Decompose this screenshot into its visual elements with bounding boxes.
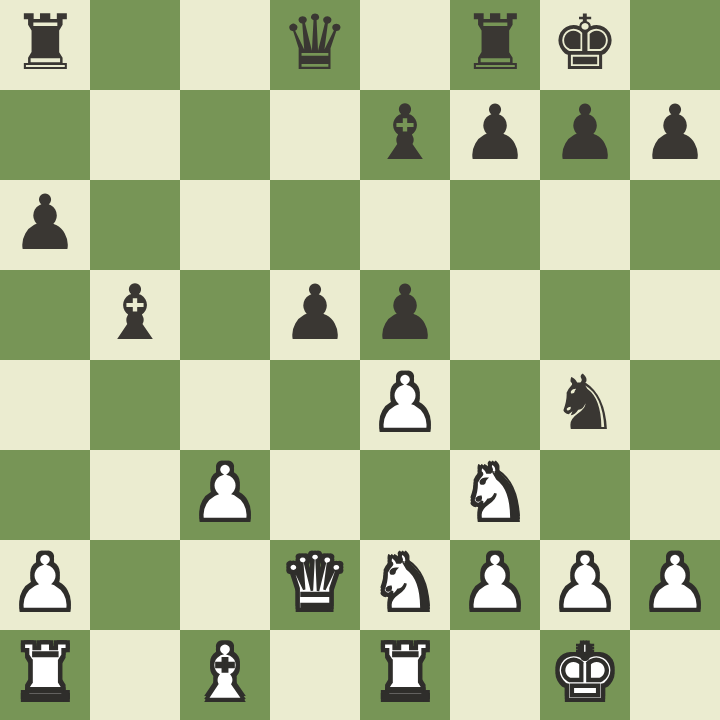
black-pawn[interactable]: ♟: [371, 268, 439, 358]
black-bishop[interactable]: ♝: [101, 268, 169, 358]
square-h7[interactable]: ♟: [630, 90, 720, 180]
square-e3[interactable]: [360, 450, 450, 540]
black-pawn[interactable]: ♟: [461, 88, 529, 178]
square-c5[interactable]: [180, 270, 270, 360]
white-pawn[interactable]: ♟: [551, 538, 619, 628]
black-pawn[interactable]: ♟: [11, 178, 79, 268]
black-pawn[interactable]: ♟: [551, 88, 619, 178]
square-h3[interactable]: [630, 450, 720, 540]
square-g2[interactable]: ♟: [540, 540, 630, 630]
square-c4[interactable]: [180, 360, 270, 450]
square-d7[interactable]: [270, 90, 360, 180]
white-knight[interactable]: ♞: [371, 538, 439, 628]
square-c3[interactable]: ♟: [180, 450, 270, 540]
square-e6[interactable]: [360, 180, 450, 270]
square-g1[interactable]: ♚: [540, 630, 630, 720]
white-pawn[interactable]: ♟: [11, 538, 79, 628]
square-b3[interactable]: [90, 450, 180, 540]
square-f4[interactable]: [450, 360, 540, 450]
square-f1[interactable]: [450, 630, 540, 720]
square-h4[interactable]: [630, 360, 720, 450]
black-knight[interactable]: ♞: [551, 358, 619, 448]
square-g6[interactable]: [540, 180, 630, 270]
square-a3[interactable]: [0, 450, 90, 540]
square-b8[interactable]: [90, 0, 180, 90]
black-pawn[interactable]: ♟: [641, 88, 709, 178]
square-g8[interactable]: ♚: [540, 0, 630, 90]
square-a7[interactable]: [0, 90, 90, 180]
chess-board: ♜♛♜♚♝♟♟♟♟♝♟♟♟♞♟♞♟♛♞♟♟♟♜♝♜♚: [0, 0, 720, 720]
white-pawn[interactable]: ♟: [371, 358, 439, 448]
square-g3[interactable]: [540, 450, 630, 540]
square-a4[interactable]: [0, 360, 90, 450]
square-a5[interactable]: [0, 270, 90, 360]
white-pawn[interactable]: ♟: [641, 538, 709, 628]
square-g7[interactable]: ♟: [540, 90, 630, 180]
square-a8[interactable]: ♜: [0, 0, 90, 90]
square-h6[interactable]: [630, 180, 720, 270]
square-h8[interactable]: [630, 0, 720, 90]
square-f7[interactable]: ♟: [450, 90, 540, 180]
square-f5[interactable]: [450, 270, 540, 360]
square-g5[interactable]: [540, 270, 630, 360]
square-f2[interactable]: ♟: [450, 540, 540, 630]
square-b2[interactable]: [90, 540, 180, 630]
square-e1[interactable]: ♜: [360, 630, 450, 720]
black-rook[interactable]: ♜: [461, 0, 529, 88]
square-e2[interactable]: ♞: [360, 540, 450, 630]
white-pawn[interactable]: ♟: [461, 538, 529, 628]
square-d1[interactable]: [270, 630, 360, 720]
square-b7[interactable]: [90, 90, 180, 180]
white-rook[interactable]: ♜: [11, 628, 79, 718]
square-h1[interactable]: [630, 630, 720, 720]
square-d2[interactable]: ♛: [270, 540, 360, 630]
square-f8[interactable]: ♜: [450, 0, 540, 90]
white-knight[interactable]: ♞: [461, 448, 529, 538]
square-b6[interactable]: [90, 180, 180, 270]
square-b5[interactable]: ♝: [90, 270, 180, 360]
square-c7[interactable]: [180, 90, 270, 180]
square-e7[interactable]: ♝: [360, 90, 450, 180]
square-e8[interactable]: [360, 0, 450, 90]
square-d8[interactable]: ♛: [270, 0, 360, 90]
black-queen[interactable]: ♛: [281, 0, 349, 88]
square-b4[interactable]: [90, 360, 180, 450]
square-a2[interactable]: ♟: [0, 540, 90, 630]
square-d3[interactable]: [270, 450, 360, 540]
square-d5[interactable]: ♟: [270, 270, 360, 360]
square-e5[interactable]: ♟: [360, 270, 450, 360]
square-g4[interactable]: ♞: [540, 360, 630, 450]
white-bishop[interactable]: ♝: [191, 628, 259, 718]
square-a6[interactable]: ♟: [0, 180, 90, 270]
square-c6[interactable]: [180, 180, 270, 270]
white-pawn[interactable]: ♟: [191, 448, 259, 538]
square-d6[interactable]: [270, 180, 360, 270]
black-pawn[interactable]: ♟: [281, 268, 349, 358]
square-d4[interactable]: [270, 360, 360, 450]
black-bishop[interactable]: ♝: [371, 88, 439, 178]
white-king[interactable]: ♚: [551, 628, 619, 718]
black-king[interactable]: ♚: [551, 0, 619, 88]
square-e4[interactable]: ♟: [360, 360, 450, 450]
black-rook[interactable]: ♜: [11, 0, 79, 88]
square-c2[interactable]: [180, 540, 270, 630]
square-h5[interactable]: [630, 270, 720, 360]
white-queen[interactable]: ♛: [281, 538, 349, 628]
square-b1[interactable]: [90, 630, 180, 720]
square-c1[interactable]: ♝: [180, 630, 270, 720]
white-rook[interactable]: ♜: [371, 628, 439, 718]
square-f6[interactable]: [450, 180, 540, 270]
square-f3[interactable]: ♞: [450, 450, 540, 540]
square-a1[interactable]: ♜: [0, 630, 90, 720]
square-h2[interactable]: ♟: [630, 540, 720, 630]
square-c8[interactable]: [180, 0, 270, 90]
